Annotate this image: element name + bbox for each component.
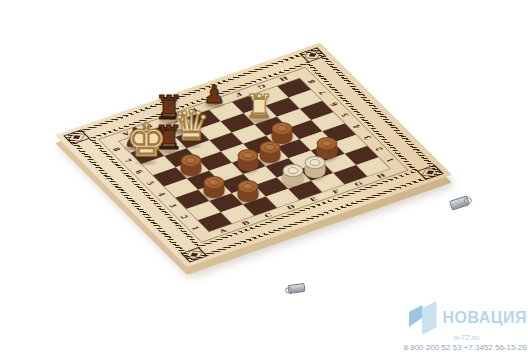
chess-piece-light-rook[interactable]: ♜ [244, 89, 274, 122]
checker-brown[interactable] [260, 147, 281, 164]
watermark-site-text: n-72.ru [362, 333, 527, 342]
watermark-brand-text: НОВАЦИЯ [443, 309, 528, 327]
corner-ornament-top-right [299, 47, 326, 62]
corner-ornament-top-left [63, 130, 90, 145]
checker-brown[interactable] [203, 181, 224, 198]
chess-piece-light-king[interactable]: ♚ [126, 118, 167, 164]
checker-white[interactable] [305, 161, 326, 178]
corner-ornament-bottom-right [417, 165, 444, 180]
piece-shadow [246, 117, 272, 125]
watermark-phone-text: 8 800 200 52 53 +7 3452 56-15-26 [362, 343, 527, 352]
metal-latch-bottom [287, 283, 305, 294]
metal-clasp-right [449, 195, 470, 210]
watermark: НОВАЦИЯ n-72.ru 8 800 200 52 53 +7 3452 … [362, 301, 527, 352]
corner-ornament-bottom-left [181, 247, 208, 262]
checker-brown[interactable] [237, 154, 258, 171]
piece-shadow [133, 159, 159, 167]
checker-brown[interactable] [237, 185, 258, 202]
checker-white[interactable] [282, 169, 303, 186]
product-photo-scene: AA88BB77CC66DD55EE44FF33GG22HH11 ♟♚♜♟♛♜♜… [0, 0, 528, 353]
checker-brown[interactable] [181, 159, 202, 176]
novation-logo-icon [407, 301, 441, 335]
